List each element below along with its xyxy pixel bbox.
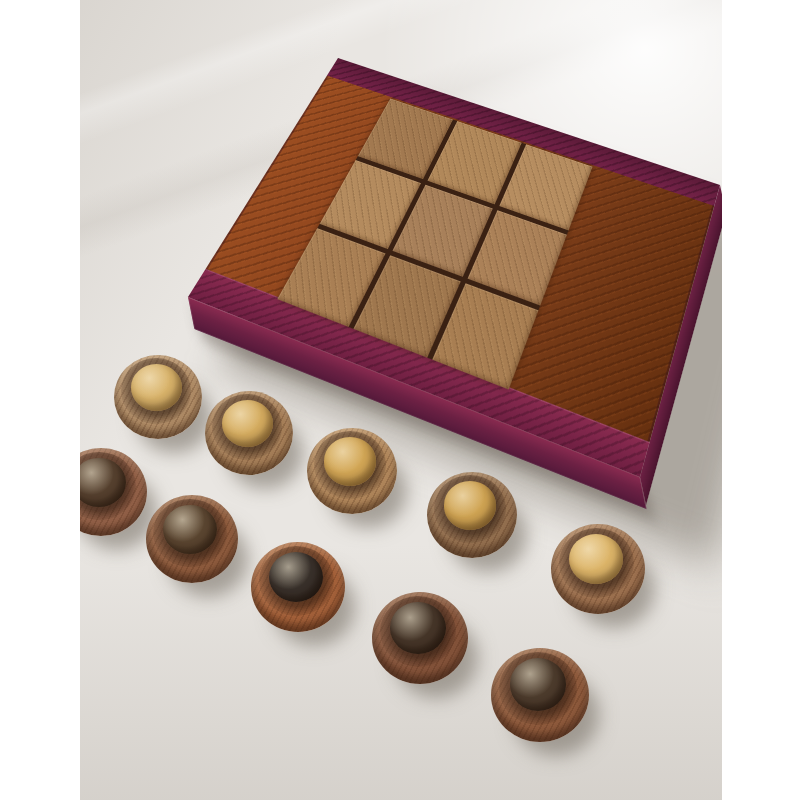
piece-dark-5[interactable]: [491, 648, 589, 742]
dark-ball: [163, 505, 216, 554]
piece-dark-4[interactable]: [372, 592, 468, 684]
letterbox-left: [0, 0, 80, 800]
piece-dark-2[interactable]: [146, 495, 238, 583]
piece-light-4[interactable]: [427, 472, 517, 558]
dark-ball: [510, 658, 567, 711]
light-ball: [444, 481, 496, 529]
light-ball: [131, 364, 182, 411]
light-ball: [324, 437, 376, 485]
piece-light-2[interactable]: [205, 391, 293, 475]
light-ball: [222, 400, 273, 447]
piece-light-1[interactable]: [114, 355, 202, 439]
pieces-layer: [0, 0, 800, 800]
piece-light-3[interactable]: [307, 428, 397, 514]
letterbox-right: [722, 0, 800, 800]
dark-ball: [72, 458, 125, 507]
dark-ball: [390, 602, 446, 654]
piece-light-5[interactable]: [551, 524, 645, 614]
piece-dark-3[interactable]: [251, 542, 345, 632]
photo-stage: [0, 0, 800, 800]
